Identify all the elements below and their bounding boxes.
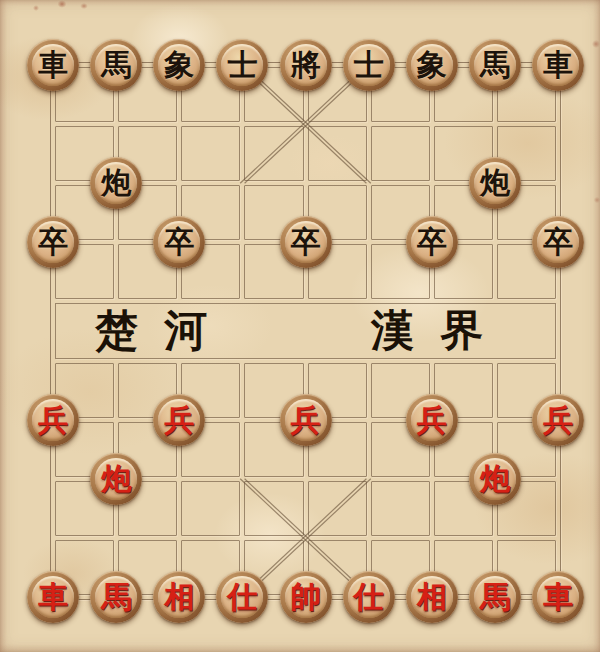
- black-elephant[interactable]: 象: [406, 39, 458, 91]
- red-soldier[interactable]: 兵: [27, 394, 79, 446]
- piece-glyph: 馬: [90, 39, 142, 91]
- piece-glyph: 車: [532, 571, 584, 623]
- piece-glyph: 象: [153, 39, 205, 91]
- red-elephant[interactable]: 相: [406, 571, 458, 623]
- piece-glyph: 兵: [27, 394, 79, 446]
- red-cannon[interactable]: 炮: [90, 453, 142, 505]
- piece-glyph: 炮: [469, 157, 521, 209]
- piece-glyph: 相: [406, 571, 458, 623]
- black-chariot[interactable]: 車: [532, 39, 584, 91]
- piece-glyph: 士: [343, 39, 395, 91]
- piece-glyph: 卒: [406, 216, 458, 268]
- piece-glyph: 兵: [280, 394, 332, 446]
- red-soldier[interactable]: 兵: [406, 394, 458, 446]
- pieces-layer: 車馬象士將士象馬車炮炮卒卒卒卒卒兵兵兵兵兵炮炮車馬相仕帥仕相馬車: [0, 0, 600, 652]
- piece-glyph: 車: [27, 39, 79, 91]
- piece-glyph: 相: [153, 571, 205, 623]
- black-soldier[interactable]: 卒: [27, 216, 79, 268]
- black-advisor[interactable]: 士: [343, 39, 395, 91]
- piece-glyph: 象: [406, 39, 458, 91]
- piece-glyph: 士: [216, 39, 268, 91]
- xiangqi-board: 楚河 漢界 車馬象士將士象馬車炮炮卒卒卒卒卒兵兵兵兵兵炮炮車馬相仕帥仕相馬車: [0, 0, 600, 652]
- red-soldier[interactable]: 兵: [280, 394, 332, 446]
- black-chariot[interactable]: 車: [27, 39, 79, 91]
- piece-glyph: 卒: [153, 216, 205, 268]
- black-horse[interactable]: 馬: [469, 39, 521, 91]
- piece-glyph: 馬: [469, 39, 521, 91]
- red-chariot[interactable]: 車: [532, 571, 584, 623]
- piece-glyph: 兵: [532, 394, 584, 446]
- piece-glyph: 仕: [343, 571, 395, 623]
- red-elephant[interactable]: 相: [153, 571, 205, 623]
- piece-glyph: 炮: [90, 453, 142, 505]
- red-general[interactable]: 帥: [280, 571, 332, 623]
- red-soldier[interactable]: 兵: [153, 394, 205, 446]
- piece-glyph: 車: [27, 571, 79, 623]
- red-horse[interactable]: 馬: [469, 571, 521, 623]
- piece-glyph: 車: [532, 39, 584, 91]
- piece-glyph: 卒: [532, 216, 584, 268]
- red-advisor[interactable]: 仕: [343, 571, 395, 623]
- black-horse[interactable]: 馬: [90, 39, 142, 91]
- black-soldier[interactable]: 卒: [406, 216, 458, 268]
- black-soldier[interactable]: 卒: [280, 216, 332, 268]
- piece-glyph: 馬: [469, 571, 521, 623]
- black-soldier[interactable]: 卒: [153, 216, 205, 268]
- piece-glyph: 兵: [406, 394, 458, 446]
- black-advisor[interactable]: 士: [216, 39, 268, 91]
- red-horse[interactable]: 馬: [90, 571, 142, 623]
- red-cannon[interactable]: 炮: [469, 453, 521, 505]
- piece-glyph: 帥: [280, 571, 332, 623]
- piece-glyph: 兵: [153, 394, 205, 446]
- piece-glyph: 將: [280, 39, 332, 91]
- black-cannon[interactable]: 炮: [469, 157, 521, 209]
- piece-glyph: 卒: [27, 216, 79, 268]
- piece-glyph: 馬: [90, 571, 142, 623]
- piece-glyph: 卒: [280, 216, 332, 268]
- red-chariot[interactable]: 車: [27, 571, 79, 623]
- black-general[interactable]: 將: [280, 39, 332, 91]
- piece-glyph: 仕: [216, 571, 268, 623]
- red-soldier[interactable]: 兵: [532, 394, 584, 446]
- piece-glyph: 炮: [90, 157, 142, 209]
- black-soldier[interactable]: 卒: [532, 216, 584, 268]
- piece-glyph: 炮: [469, 453, 521, 505]
- black-elephant[interactable]: 象: [153, 39, 205, 91]
- black-cannon[interactable]: 炮: [90, 157, 142, 209]
- red-advisor[interactable]: 仕: [216, 571, 268, 623]
